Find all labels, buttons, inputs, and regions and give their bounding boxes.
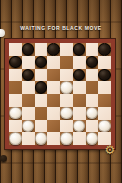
square-b4[interactable] [22,94,35,107]
square-g8 [86,43,99,56]
square-e2 [60,120,73,133]
square-d1 [47,132,60,145]
square-h8[interactable] [98,43,111,56]
board-grid [9,43,111,145]
black-man[interactable] [47,43,60,56]
square-a4 [9,94,22,107]
square-g1[interactable] [86,132,99,145]
square-d3 [47,107,60,120]
square-a1[interactable] [9,132,22,145]
square-e4 [60,94,73,107]
square-h5 [98,81,111,94]
square-f3 [73,107,86,120]
black-man[interactable] [73,69,86,82]
square-g4 [86,94,99,107]
square-d5 [47,81,60,94]
square-b2[interactable] [22,120,35,133]
square-a3[interactable] [9,107,22,120]
square-e3[interactable] [60,107,73,120]
square-c6 [35,69,48,82]
square-g6 [86,69,99,82]
status-text: WAITING FOR BLACK MOVE [0,25,122,31]
square-e7[interactable] [60,56,73,69]
square-g7[interactable] [86,56,99,69]
square-f7 [73,56,86,69]
square-a5[interactable] [9,81,22,94]
square-h2[interactable] [98,120,111,133]
square-e8 [60,43,73,56]
square-g3[interactable] [86,107,99,120]
white-man[interactable] [86,132,99,145]
white-man[interactable] [73,120,86,133]
square-b3 [22,107,35,120]
square-f6[interactable] [73,69,86,82]
square-f4[interactable] [73,94,86,107]
black-man[interactable] [98,69,111,82]
square-d4[interactable] [47,94,60,107]
square-a8 [9,43,22,56]
square-g2 [86,120,99,133]
square-c7[interactable] [35,56,48,69]
black-man[interactable] [73,43,86,56]
white-man[interactable] [9,107,22,120]
black-man[interactable] [35,56,48,69]
white-man[interactable] [86,107,99,120]
black-man[interactable] [35,81,48,94]
square-d6[interactable] [47,69,60,82]
square-c1[interactable] [35,132,48,145]
square-g5[interactable] [86,81,99,94]
square-h3 [98,107,111,120]
square-e5[interactable] [60,81,73,94]
black-man[interactable] [22,43,35,56]
square-f1 [73,132,86,145]
square-h4[interactable] [98,94,111,107]
square-f8[interactable] [73,43,86,56]
white-peg-decoration [0,29,5,37]
square-c2 [35,120,48,133]
square-h6[interactable] [98,69,111,82]
square-e6 [60,69,73,82]
white-man[interactable] [60,132,73,145]
square-c3[interactable] [35,107,48,120]
square-f2[interactable] [73,120,86,133]
square-b7 [22,56,35,69]
black-man[interactable] [9,56,22,69]
square-a7[interactable] [9,56,22,69]
settings-gear-icon[interactable]: ⚙ [103,143,117,157]
square-a2 [9,120,22,133]
square-e1[interactable] [60,132,73,145]
square-d7 [47,56,60,69]
square-f5 [73,81,86,94]
square-b5 [22,81,35,94]
square-a6 [9,69,22,82]
square-d2[interactable] [47,120,60,133]
white-man[interactable] [22,120,35,133]
white-man[interactable] [9,132,22,145]
white-man[interactable] [35,132,48,145]
checkers-board [5,39,115,149]
square-c4 [35,94,48,107]
dark-peg-decoration [0,155,7,162]
white-man[interactable] [98,120,111,133]
square-h7 [98,56,111,69]
white-man[interactable] [60,107,73,120]
black-man[interactable] [98,43,111,56]
square-b6[interactable] [22,69,35,82]
square-b8[interactable] [22,43,35,56]
square-b1 [22,132,35,145]
game-screen: WAITING FOR BLACK MOVE ⚙ [0,0,122,183]
square-d8[interactable] [47,43,60,56]
square-c8 [35,43,48,56]
black-man[interactable] [86,56,99,69]
white-man[interactable] [60,81,73,94]
black-man[interactable] [22,69,35,82]
square-c5[interactable] [35,81,48,94]
